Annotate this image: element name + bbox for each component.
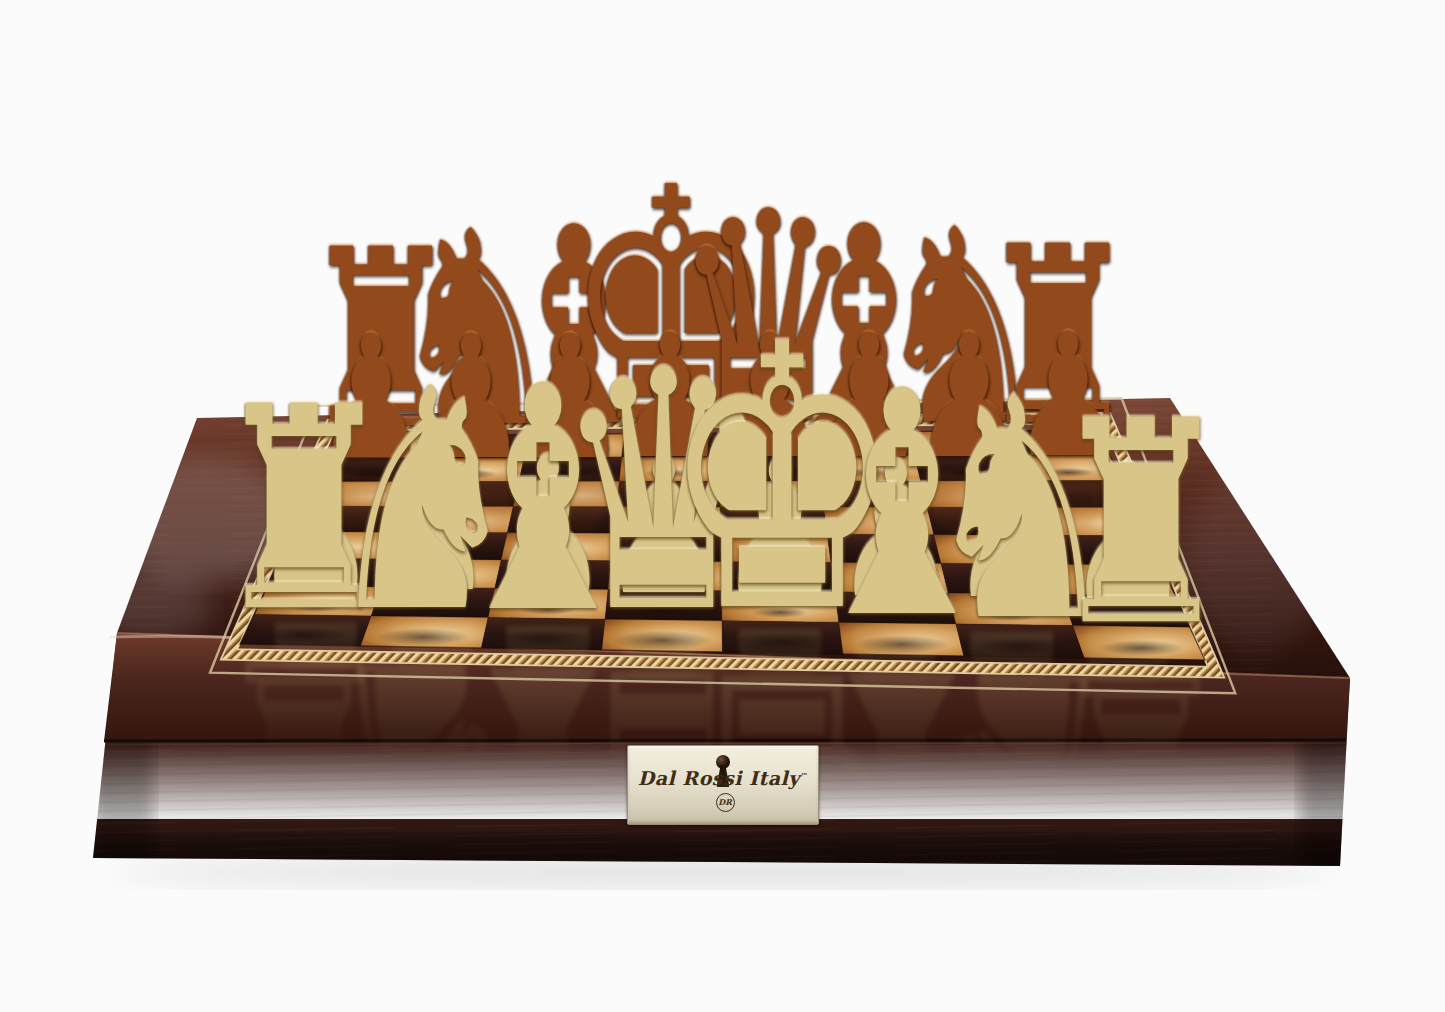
brand-plaque: Dal Rossi Italy™DR [627,745,819,825]
brand-name: Dal Rossi Italy [638,767,800,789]
brand-text: Dal Rossi Italy™DR [628,767,818,812]
trademark-symbol: ™ [801,771,809,780]
chess-box-and-board [0,0,1445,1012]
brand-monogram-logo: DR [716,793,735,812]
product-photo-scene: ♜♜♞♞♝♝♚♚♛♛♝♝♞♞♜♜♟♟♟♟♟♟♟♟♟♟♟♟♟♟♟♟♟♟♟♟♟♟♟♟… [0,0,1445,1012]
